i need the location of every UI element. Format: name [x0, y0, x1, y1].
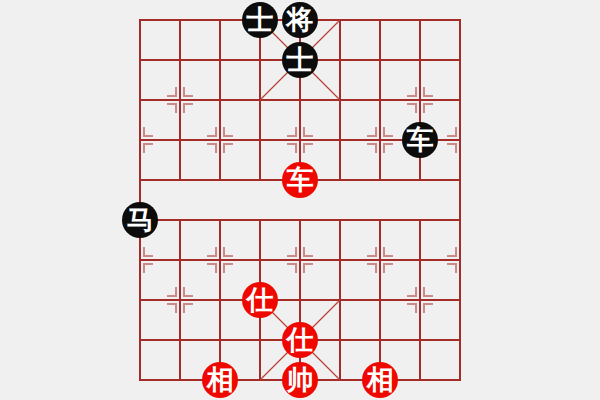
piece-glyph-red-advisor: 仕: [247, 282, 274, 318]
piece-black-general[interactable]: 将: [282, 2, 318, 38]
piece-red-advisor[interactable]: 仕: [242, 282, 278, 318]
piece-black-advisor[interactable]: 士: [242, 2, 278, 38]
piece-red-elephant[interactable]: 相: [362, 362, 398, 398]
piece-glyph-black-advisor: 士: [247, 2, 274, 38]
piece-red-general[interactable]: 帅: [282, 362, 318, 398]
piece-glyph-red-general: 帅: [287, 362, 314, 398]
pieces-layer: 士将士车车马仕仕相帅相: [120, 0, 480, 400]
piece-black-horse[interactable]: 马: [122, 202, 158, 238]
piece-red-advisor[interactable]: 仕: [282, 322, 318, 358]
xiangqi-app: 士将士车车马仕仕相帅相: [0, 0, 600, 400]
piece-red-chariot[interactable]: 车: [282, 162, 318, 198]
piece-glyph-black-general: 将: [287, 2, 314, 38]
piece-glyph-black-advisor: 士: [287, 42, 314, 78]
piece-glyph-black-horse: 马: [127, 202, 154, 238]
piece-glyph-red-elephant: 相: [207, 362, 234, 398]
piece-glyph-red-chariot: 车: [287, 162, 314, 198]
piece-red-elephant[interactable]: 相: [202, 362, 238, 398]
piece-black-advisor[interactable]: 士: [282, 42, 318, 78]
piece-glyph-black-chariot: 车: [407, 122, 434, 158]
piece-black-chariot[interactable]: 车: [402, 122, 438, 158]
piece-glyph-red-elephant: 相: [367, 362, 394, 398]
piece-glyph-red-advisor: 仕: [287, 322, 314, 358]
